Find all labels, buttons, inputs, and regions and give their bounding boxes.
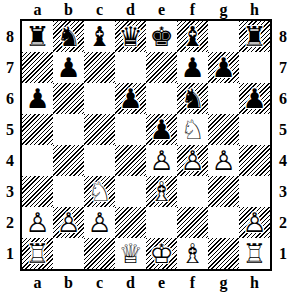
file-label-d: d	[115, 0, 146, 19]
square-e4[interactable]: ♙	[146, 145, 177, 176]
piece-white-pawn-b2[interactable]: ♙	[53, 207, 84, 238]
file-label-c: c	[84, 271, 115, 295]
file-label-h: h	[239, 271, 270, 295]
piece-black-pawn-f7[interactable]: ♟	[177, 52, 208, 83]
square-d5[interactable]	[115, 114, 146, 145]
square-e1[interactable]: ♔	[146, 238, 177, 269]
square-f7[interactable]: ♟	[177, 52, 208, 83]
rank-label-2: 2	[0, 207, 20, 238]
square-a5[interactable]	[22, 114, 53, 145]
square-c8[interactable]: ♝	[84, 21, 115, 52]
square-g1[interactable]	[208, 238, 239, 269]
piece-white-pawn-a2[interactable]: ♙	[22, 207, 53, 238]
square-f3[interactable]	[177, 176, 208, 207]
square-b5[interactable]	[53, 114, 84, 145]
square-c4[interactable]	[84, 145, 115, 176]
square-f5[interactable]: ♘	[177, 114, 208, 145]
square-c1[interactable]	[84, 238, 115, 269]
square-g6[interactable]	[208, 83, 239, 114]
square-b4[interactable]	[53, 145, 84, 176]
square-a1[interactable]: ♖	[22, 238, 53, 269]
square-a6[interactable]: ♟	[22, 83, 53, 114]
square-c3[interactable]: ♘	[84, 176, 115, 207]
piece-black-rook-a8[interactable]: ♜	[22, 21, 53, 52]
file-label-a: a	[22, 0, 53, 19]
square-d1[interactable]: ♕	[115, 238, 146, 269]
file-label-h: h	[239, 0, 270, 19]
piece-black-bishop-f8[interactable]: ♝	[177, 21, 208, 52]
square-h2[interactable]: ♙	[239, 207, 270, 238]
piece-black-pawn-e5[interactable]: ♟	[146, 114, 177, 145]
piece-white-knight-f5[interactable]: ♘	[177, 114, 208, 145]
square-d8[interactable]: ♛	[115, 21, 146, 52]
square-b1[interactable]	[53, 238, 84, 269]
square-b6[interactable]	[53, 83, 84, 114]
square-f4[interactable]: ♙	[177, 145, 208, 176]
square-h5[interactable]	[239, 114, 270, 145]
piece-white-knight-c3[interactable]: ♘	[84, 176, 115, 207]
square-g8[interactable]	[208, 21, 239, 52]
square-e7[interactable]	[146, 52, 177, 83]
square-g7[interactable]: ♟	[208, 52, 239, 83]
file-label-b: b	[53, 271, 84, 295]
file-label-b: b	[53, 0, 84, 19]
square-d7[interactable]	[115, 52, 146, 83]
rank-label-4: 4	[0, 145, 20, 176]
piece-black-pawn-b7[interactable]: ♟	[53, 52, 84, 83]
piece-black-pawn-h6[interactable]: ♟	[239, 83, 270, 114]
piece-black-knight-f6[interactable]: ♞	[177, 83, 208, 114]
square-h8[interactable]: ♜	[239, 21, 270, 52]
square-g2[interactable]	[208, 207, 239, 238]
square-d4[interactable]	[115, 145, 146, 176]
rank-label-7: 7	[273, 52, 293, 83]
square-e3[interactable]: ♗	[146, 176, 177, 207]
file-labels-bottom: abcdefgh	[22, 271, 270, 295]
piece-black-pawn-a6[interactable]: ♟	[22, 83, 53, 114]
piece-black-king-e8[interactable]: ♚	[146, 21, 177, 52]
square-f8[interactable]: ♝	[177, 21, 208, 52]
square-c6[interactable]	[84, 83, 115, 114]
rank-label-8: 8	[273, 21, 293, 52]
rank-label-1: 1	[0, 238, 20, 269]
square-d3[interactable]	[115, 176, 146, 207]
piece-black-queen-d8[interactable]: ♛	[115, 21, 146, 52]
file-label-g: g	[208, 271, 239, 295]
rank-label-5: 5	[273, 114, 293, 145]
piece-white-pawn-f4[interactable]: ♙	[177, 145, 208, 176]
square-e5[interactable]: ♟	[146, 114, 177, 145]
square-b3[interactable]	[53, 176, 84, 207]
file-label-f: f	[177, 271, 208, 295]
square-b8[interactable]: ♞	[53, 21, 84, 52]
piece-white-bishop-f1[interactable]: ♗	[177, 238, 208, 269]
square-e2[interactable]	[146, 207, 177, 238]
square-f1[interactable]: ♗	[177, 238, 208, 269]
piece-black-rook-h8[interactable]: ♜	[239, 21, 270, 52]
square-b7[interactable]: ♟	[53, 52, 84, 83]
file-label-d: d	[115, 271, 146, 295]
rank-label-4: 4	[273, 145, 293, 176]
piece-white-rook-a1[interactable]: ♖	[22, 238, 53, 269]
square-g4[interactable]: ♙	[208, 145, 239, 176]
square-e6[interactable]	[146, 83, 177, 114]
rank-label-5: 5	[0, 114, 20, 145]
square-c5[interactable]	[84, 114, 115, 145]
square-a2[interactable]: ♙	[22, 207, 53, 238]
piece-white-queen-d1[interactable]: ♕	[115, 238, 146, 269]
square-g5[interactable]	[208, 114, 239, 145]
piece-white-pawn-c2[interactable]: ♙	[84, 207, 115, 238]
square-f2[interactable]	[177, 207, 208, 238]
piece-black-bishop-c8[interactable]: ♝	[84, 21, 115, 52]
rank-labels-right: 87654321	[273, 21, 293, 269]
rank-label-1: 1	[273, 238, 293, 269]
square-d6[interactable]: ♟	[115, 83, 146, 114]
file-label-f: f	[177, 0, 208, 19]
file-label-a: a	[22, 271, 53, 295]
square-g3[interactable]	[208, 176, 239, 207]
square-c2[interactable]: ♙	[84, 207, 115, 238]
square-d2[interactable]	[115, 207, 146, 238]
rank-label-3: 3	[0, 176, 20, 207]
chess-diagram: abcdefgh 87654321 ♜♞♝♛♚♝♜♟♟♟♟♟♞♟♟♘♙♙♙♘♗♙…	[0, 0, 293, 295]
square-h7[interactable]	[239, 52, 270, 83]
square-h3[interactable]	[239, 176, 270, 207]
square-a4[interactable]	[22, 145, 53, 176]
file-labels-top: abcdefgh	[22, 0, 270, 19]
square-a7[interactable]	[22, 52, 53, 83]
rank-label-6: 6	[273, 83, 293, 114]
file-label-g: g	[208, 0, 239, 19]
rank-label-7: 7	[0, 52, 20, 83]
rank-label-3: 3	[273, 176, 293, 207]
square-a8[interactable]: ♜	[22, 21, 53, 52]
rank-labels-left: 87654321	[0, 21, 20, 269]
square-b2[interactable]: ♙	[53, 207, 84, 238]
piece-white-bishop-e3[interactable]: ♗	[146, 176, 177, 207]
piece-white-pawn-e4[interactable]: ♙	[146, 145, 177, 176]
square-h4[interactable]	[239, 145, 270, 176]
piece-white-rook-h1[interactable]: ♖	[239, 238, 270, 269]
rank-label-2: 2	[273, 207, 293, 238]
file-label-e: e	[146, 0, 177, 19]
piece-white-pawn-g4[interactable]: ♙	[208, 145, 239, 176]
file-label-c: c	[84, 0, 115, 19]
piece-black-knight-b8[interactable]: ♞	[53, 21, 84, 52]
piece-black-pawn-d6[interactable]: ♟	[115, 83, 146, 114]
file-label-e: e	[146, 271, 177, 295]
square-f6[interactable]: ♞	[177, 83, 208, 114]
square-e8[interactable]: ♚	[146, 21, 177, 52]
piece-white-king-e1[interactable]: ♔	[146, 238, 177, 269]
rank-label-6: 6	[0, 83, 20, 114]
square-h6[interactable]: ♟	[239, 83, 270, 114]
piece-white-pawn-h2[interactable]: ♙	[239, 207, 270, 238]
square-c7[interactable]	[84, 52, 115, 83]
rank-label-8: 8	[0, 21, 20, 52]
square-a3[interactable]	[22, 176, 53, 207]
chess-board: ♜♞♝♛♚♝♜♟♟♟♟♟♞♟♟♘♙♙♙♘♗♙♙♙♙♖♕♔♗♖	[20, 19, 272, 271]
square-h1[interactable]: ♖	[239, 238, 270, 269]
piece-black-pawn-g7[interactable]: ♟	[208, 52, 239, 83]
